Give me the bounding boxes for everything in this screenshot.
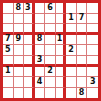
- cell-r3c5[interactable]: [45, 24, 56, 35]
- cell-r6c8[interactable]: [77, 56, 88, 67]
- cell-r9c1[interactable]: [3, 88, 14, 99]
- given-digit: 3: [37, 56, 43, 64]
- cell-r4c9[interactable]: [87, 35, 98, 46]
- given-digit: 4: [37, 78, 43, 86]
- cell-r9c8[interactable]: 8: [77, 88, 88, 99]
- given-digit: 2: [68, 46, 74, 54]
- cell-r9c4[interactable]: [35, 88, 46, 99]
- cell-r9c9[interactable]: [87, 88, 98, 99]
- cell-r8c9[interactable]: 3: [87, 77, 98, 88]
- cell-r2c2[interactable]: [14, 14, 25, 25]
- cell-r4c7[interactable]: [66, 35, 77, 46]
- cell-r3c4[interactable]: [35, 24, 46, 35]
- given-digit: 7: [5, 35, 11, 43]
- cell-r7c7[interactable]: [66, 67, 77, 78]
- cell-r8c5[interactable]: [45, 77, 56, 88]
- cell-r6c1[interactable]: [3, 56, 14, 67]
- cell-r8c3[interactable]: [24, 77, 35, 88]
- cell-r3c1[interactable]: [3, 24, 14, 35]
- cell-r5c6[interactable]: [56, 45, 67, 56]
- cell-r9c2[interactable]: [14, 88, 25, 99]
- cell-r9c6[interactable]: [56, 88, 67, 99]
- cell-r5c4[interactable]: [35, 45, 46, 56]
- cell-r1c1[interactable]: [3, 3, 14, 14]
- cell-r8c4[interactable]: 4: [35, 77, 46, 88]
- cell-r6c5[interactable]: [45, 56, 56, 67]
- cell-r2c4[interactable]: [35, 14, 46, 25]
- given-digit: 1: [57, 35, 63, 43]
- cell-r2c7[interactable]: 1: [66, 14, 77, 25]
- cell-r4c4[interactable]: 8: [35, 35, 46, 46]
- cell-r6c4[interactable]: 3: [35, 56, 46, 67]
- cell-r3c2[interactable]: [14, 24, 25, 35]
- cell-r1c7[interactable]: [66, 3, 77, 14]
- given-digit: 5: [5, 46, 11, 54]
- cell-r8c1[interactable]: [3, 77, 14, 88]
- given-digit: 3: [90, 78, 96, 86]
- given-digit: 2: [47, 67, 53, 75]
- cell-r5c5[interactable]: [45, 45, 56, 56]
- cell-r1c5[interactable]: 6: [45, 3, 56, 14]
- cell-r9c7[interactable]: [66, 88, 77, 99]
- cell-r5c9[interactable]: [87, 45, 98, 56]
- given-digit: 9: [16, 35, 22, 43]
- cell-r7c4[interactable]: [35, 67, 46, 78]
- cell-r7c2[interactable]: [14, 67, 25, 78]
- cell-r7c3[interactable]: [24, 67, 35, 78]
- cell-r2c1[interactable]: [3, 14, 14, 25]
- given-digit: 8: [79, 89, 85, 97]
- cell-r8c8[interactable]: [77, 77, 88, 88]
- cell-r4c6[interactable]: 1: [56, 35, 67, 46]
- cell-r5c2[interactable]: [14, 45, 25, 56]
- cell-r7c5[interactable]: 2: [45, 67, 56, 78]
- cell-r6c6[interactable]: [56, 56, 67, 67]
- cell-r8c7[interactable]: [66, 77, 77, 88]
- given-digit: 1: [68, 14, 74, 22]
- given-digit: 8: [16, 4, 22, 12]
- cell-r4c8[interactable]: [77, 35, 88, 46]
- cell-r7c6[interactable]: [56, 67, 67, 78]
- cell-r3c8[interactable]: [77, 24, 88, 35]
- cell-r1c6[interactable]: [56, 3, 67, 14]
- cell-r2c3[interactable]: [24, 14, 35, 25]
- cell-r7c9[interactable]: [87, 67, 98, 78]
- cell-r7c1[interactable]: 1: [3, 67, 14, 78]
- cell-r3c6[interactable]: [56, 24, 67, 35]
- cell-r4c5[interactable]: [45, 35, 56, 46]
- cell-r8c6[interactable]: [56, 77, 67, 88]
- cell-r1c2[interactable]: 8: [14, 3, 25, 14]
- cell-r9c5[interactable]: [45, 88, 56, 99]
- cell-r5c3[interactable]: [24, 45, 35, 56]
- cell-r5c8[interactable]: [77, 45, 88, 56]
- cell-r7c8[interactable]: [77, 67, 88, 78]
- cell-r3c9[interactable]: [87, 24, 98, 35]
- cell-r2c8[interactable]: 7: [77, 14, 88, 25]
- cell-r2c9[interactable]: [87, 14, 98, 25]
- cell-r6c2[interactable]: [14, 56, 25, 67]
- cell-r5c1[interactable]: 5: [3, 45, 14, 56]
- given-digit: 1: [5, 67, 11, 75]
- cell-r6c7[interactable]: [66, 56, 77, 67]
- cell-r1c8[interactable]: [77, 3, 88, 14]
- cell-r4c1[interactable]: 7: [3, 35, 14, 46]
- cell-r1c4[interactable]: [35, 3, 46, 14]
- given-digit: 6: [47, 4, 53, 12]
- cell-r9c3[interactable]: [24, 88, 35, 99]
- cell-r1c9[interactable]: [87, 3, 98, 14]
- cell-r8c2[interactable]: [14, 77, 25, 88]
- cell-r2c5[interactable]: [45, 14, 56, 25]
- given-digit: 8: [37, 35, 43, 43]
- cell-r1c3[interactable]: 3: [24, 3, 35, 14]
- cell-r6c9[interactable]: [87, 56, 98, 67]
- given-digit: 3: [25, 4, 31, 12]
- cell-r3c3[interactable]: [24, 24, 35, 35]
- cell-r5c7[interactable]: 2: [66, 45, 77, 56]
- cell-r4c2[interactable]: 9: [14, 35, 25, 46]
- cell-r3c7[interactable]: [66, 24, 77, 35]
- sudoku-board: 83617798152312438: [0, 0, 101, 101]
- cell-r6c3[interactable]: [24, 56, 35, 67]
- given-digit: 7: [79, 14, 85, 22]
- cell-r4c3[interactable]: [24, 35, 35, 46]
- cell-r2c6[interactable]: [56, 14, 67, 25]
